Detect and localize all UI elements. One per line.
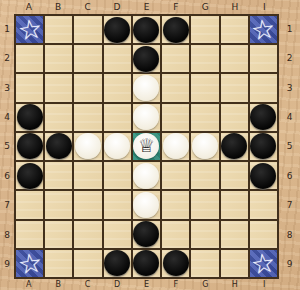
cell-D2[interactable]: [104, 45, 131, 72]
cell-B2[interactable]: [45, 45, 72, 72]
black-piece[interactable]: [250, 104, 276, 130]
cell-G7[interactable]: [191, 191, 218, 218]
row-label-2: 2: [279, 43, 300, 72]
cell-G4[interactable]: [191, 104, 218, 131]
cell-I6[interactable]: [250, 162, 277, 189]
black-piece[interactable]: [250, 133, 276, 159]
cell-G8[interactable]: [191, 221, 218, 248]
cell-I7[interactable]: [250, 191, 277, 218]
cell-F6[interactable]: [162, 162, 189, 189]
cell-G1[interactable]: [191, 16, 218, 43]
col-label-B: B: [43, 278, 72, 290]
row-label-1: 1: [279, 14, 300, 43]
cell-C9[interactable]: [74, 250, 101, 277]
white-piece[interactable]: [133, 192, 159, 218]
cell-E2[interactable]: [133, 45, 160, 72]
cell-F8[interactable]: [162, 221, 189, 248]
cell-B8[interactable]: [45, 221, 72, 248]
cell-H6[interactable]: [221, 162, 248, 189]
cell-A7[interactable]: [16, 191, 43, 218]
row-label-1: 1: [0, 14, 14, 43]
col-label-F: F: [161, 0, 190, 14]
black-piece[interactable]: [133, 221, 159, 247]
cell-H3[interactable]: [221, 74, 248, 101]
cell-A2[interactable]: [16, 45, 43, 72]
col-label-G: G: [191, 0, 220, 14]
row-label-3: 3: [0, 73, 14, 102]
col-label-A: A: [14, 278, 43, 290]
row-label-9: 9: [279, 250, 300, 279]
cell-H5[interactable]: [221, 133, 248, 160]
board: ☆☆♕☆☆: [14, 14, 279, 279]
cell-D7[interactable]: [104, 191, 131, 218]
row-label-5: 5: [0, 132, 14, 161]
cell-D3[interactable]: [104, 74, 131, 101]
white-piece[interactable]: [75, 133, 101, 159]
black-piece[interactable]: [163, 250, 189, 276]
white-piece[interactable]: [133, 104, 159, 130]
cell-C3[interactable]: [74, 74, 101, 101]
cell-I5[interactable]: [250, 133, 277, 160]
cell-B4[interactable]: [45, 104, 72, 131]
black-piece[interactable]: [163, 17, 189, 43]
king-piece[interactable]: ♕: [133, 133, 159, 159]
cell-G3[interactable]: [191, 74, 218, 101]
cell-H9[interactable]: [221, 250, 248, 277]
cell-F1[interactable]: [162, 16, 189, 43]
cell-D4[interactable]: [104, 104, 131, 131]
corner-star-icon: ☆: [16, 15, 44, 45]
cell-H4[interactable]: [221, 104, 248, 131]
tafl-board-window: ABCDEFGHI ABCDEFGHI 123456789 123456789 …: [0, 0, 300, 290]
row-label-7: 7: [0, 191, 14, 220]
col-label-F: F: [161, 278, 190, 290]
cell-G6[interactable]: [191, 162, 218, 189]
black-piece[interactable]: [104, 250, 130, 276]
cell-D9[interactable]: [104, 250, 131, 277]
white-piece[interactable]: [192, 133, 218, 159]
white-piece[interactable]: [133, 163, 159, 189]
column-labels-top: ABCDEFGHI: [14, 0, 279, 14]
cell-G2[interactable]: [191, 45, 218, 72]
cell-A5[interactable]: [16, 133, 43, 160]
cell-C1[interactable]: [74, 16, 101, 43]
white-piece[interactable]: [104, 133, 130, 159]
col-label-C: C: [73, 278, 102, 290]
cell-A9[interactable]: ☆: [16, 250, 43, 277]
row-label-5: 5: [279, 132, 300, 161]
cell-H1[interactable]: [221, 16, 248, 43]
cell-G9[interactable]: [191, 250, 218, 277]
row-labels-right: 123456789: [279, 14, 300, 279]
cell-I1[interactable]: ☆: [250, 16, 277, 43]
cell-D6[interactable]: [104, 162, 131, 189]
cell-H2[interactable]: [221, 45, 248, 72]
white-piece[interactable]: [133, 75, 159, 101]
col-label-I: I: [250, 0, 279, 14]
white-piece[interactable]: [163, 133, 189, 159]
row-label-4: 4: [279, 102, 300, 131]
cell-E6[interactable]: [133, 162, 160, 189]
cell-A8[interactable]: [16, 221, 43, 248]
cell-I8[interactable]: [250, 221, 277, 248]
corner-star-icon: ☆: [16, 248, 44, 278]
cell-D1[interactable]: [104, 16, 131, 43]
row-label-3: 3: [279, 73, 300, 102]
row-label-2: 2: [0, 43, 14, 72]
cell-F2[interactable]: [162, 45, 189, 72]
corner-star-icon: ☆: [250, 248, 278, 278]
cell-B3[interactable]: [45, 74, 72, 101]
col-label-D: D: [102, 0, 131, 14]
col-label-H: H: [220, 0, 249, 14]
col-label-C: C: [73, 0, 102, 14]
cell-B7[interactable]: [45, 191, 72, 218]
cell-G5[interactable]: [191, 133, 218, 160]
cell-E7[interactable]: [133, 191, 160, 218]
cell-E5[interactable]: ♕: [133, 133, 160, 160]
cell-B6[interactable]: [45, 162, 72, 189]
black-piece[interactable]: [250, 163, 276, 189]
cell-C2[interactable]: [74, 45, 101, 72]
cell-C5[interactable]: [74, 133, 101, 160]
row-label-8: 8: [279, 220, 300, 249]
cell-D5[interactable]: [104, 133, 131, 160]
row-label-4: 4: [0, 102, 14, 131]
cell-H7[interactable]: [221, 191, 248, 218]
cell-C4[interactable]: [74, 104, 101, 131]
col-label-E: E: [132, 278, 161, 290]
col-label-E: E: [132, 0, 161, 14]
col-label-B: B: [43, 0, 72, 14]
cell-D8[interactable]: [104, 221, 131, 248]
cell-I4[interactable]: [250, 104, 277, 131]
cell-I2[interactable]: [250, 45, 277, 72]
cell-F9[interactable]: [162, 250, 189, 277]
cell-C6[interactable]: [74, 162, 101, 189]
cell-A6[interactable]: [16, 162, 43, 189]
black-piece[interactable]: [133, 250, 159, 276]
cell-F7[interactable]: [162, 191, 189, 218]
cell-C8[interactable]: [74, 221, 101, 248]
cell-B5[interactable]: [45, 133, 72, 160]
row-label-9: 9: [0, 250, 14, 279]
cell-E9[interactable]: [133, 250, 160, 277]
cell-E8[interactable]: [133, 221, 160, 248]
black-piece[interactable]: [133, 46, 159, 72]
black-piece[interactable]: [17, 163, 43, 189]
black-piece[interactable]: [17, 133, 43, 159]
black-piece[interactable]: [46, 133, 72, 159]
cell-A1[interactable]: ☆: [16, 16, 43, 43]
cell-E3[interactable]: [133, 74, 160, 101]
black-piece[interactable]: [104, 17, 130, 43]
black-piece[interactable]: [17, 104, 43, 130]
cell-A3[interactable]: [16, 74, 43, 101]
col-label-H: H: [220, 278, 249, 290]
cell-C7[interactable]: [74, 191, 101, 218]
row-label-8: 8: [0, 220, 14, 249]
black-piece[interactable]: [133, 17, 159, 43]
row-label-7: 7: [279, 191, 300, 220]
row-label-6: 6: [0, 161, 14, 190]
col-label-G: G: [191, 278, 220, 290]
king-crown-icon: ♕: [138, 136, 155, 155]
row-label-6: 6: [279, 161, 300, 190]
cell-F3[interactable]: [162, 74, 189, 101]
row-labels-left: 123456789: [0, 14, 14, 279]
cell-A4[interactable]: [16, 104, 43, 131]
black-piece[interactable]: [221, 133, 247, 159]
cell-I3[interactable]: [250, 74, 277, 101]
column-labels-bottom: ABCDEFGHI: [14, 278, 279, 290]
cell-E1[interactable]: [133, 16, 160, 43]
cell-B9[interactable]: [45, 250, 72, 277]
cell-F5[interactable]: [162, 133, 189, 160]
cell-I9[interactable]: ☆: [250, 250, 277, 277]
cell-F4[interactable]: [162, 104, 189, 131]
cell-H8[interactable]: [221, 221, 248, 248]
col-label-D: D: [102, 278, 131, 290]
corner-star-icon: ☆: [250, 15, 278, 45]
cell-B1[interactable]: [45, 16, 72, 43]
cell-E4[interactable]: [133, 104, 160, 131]
